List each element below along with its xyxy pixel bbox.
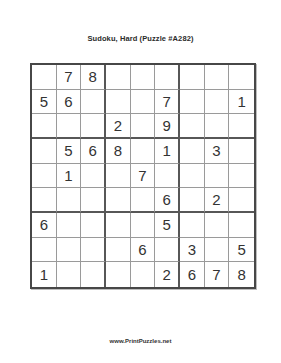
sudoku-cell-r2c8[interactable]: [205, 90, 230, 115]
sudoku-cell-r3c4[interactable]: 2: [106, 114, 131, 139]
sudoku-cell-r4c8[interactable]: 3: [205, 139, 230, 164]
sudoku-cell-r8c9[interactable]: 5: [229, 238, 254, 263]
sudoku-cell-r5c2[interactable]: 1: [57, 164, 82, 189]
sudoku-cell-r3c7[interactable]: [180, 114, 205, 139]
sudoku-cell-r2c4[interactable]: [106, 90, 131, 115]
sudoku-cell-r2c7[interactable]: [180, 90, 205, 115]
sudoku-cell-r7c2[interactable]: [57, 213, 82, 238]
sudoku-cell-r6c4[interactable]: [106, 188, 131, 213]
sudoku-cell-r3c3[interactable]: [81, 114, 106, 139]
sudoku-cell-r4c1[interactable]: [32, 139, 57, 164]
sudoku-cell-r7c4[interactable]: [106, 213, 131, 238]
sudoku-cell-r9c9[interactable]: 8: [229, 262, 254, 287]
sudoku-cell-r6c7[interactable]: [180, 188, 205, 213]
sudoku-cell-r1c4[interactable]: [106, 65, 131, 90]
sudoku-cell-r5c8[interactable]: [205, 164, 230, 189]
sudoku-cell-r5c3[interactable]: [81, 164, 106, 189]
sudoku-cell-r1c5[interactable]: [131, 65, 156, 90]
sudoku-cell-r8c1[interactable]: [32, 238, 57, 263]
sudoku-cell-r2c6[interactable]: 7: [155, 90, 180, 115]
sudoku-cell-r2c9[interactable]: 1: [229, 90, 254, 115]
sudoku-cell-r3c9[interactable]: [229, 114, 254, 139]
sudoku-cell-r3c5[interactable]: [131, 114, 156, 139]
sudoku-cell-r3c8[interactable]: [205, 114, 230, 139]
sudoku-cell-r9c7[interactable]: 6: [180, 262, 205, 287]
sudoku-cell-r9c2[interactable]: [57, 262, 82, 287]
sudoku-cell-r8c7[interactable]: 3: [180, 238, 205, 263]
sudoku-cell-r6c6[interactable]: 6: [155, 188, 180, 213]
sudoku-cell-r8c2[interactable]: [57, 238, 82, 263]
sudoku-cell-r1c9[interactable]: [229, 65, 254, 90]
sudoku-cell-r1c2[interactable]: 7: [57, 65, 82, 90]
sudoku-cell-r9c3[interactable]: [81, 262, 106, 287]
sudoku-cell-r5c7[interactable]: [180, 164, 205, 189]
sudoku-cell-r7c1[interactable]: 6: [32, 213, 57, 238]
sudoku-cell-r7c3[interactable]: [81, 213, 106, 238]
sudoku-cell-r6c2[interactable]: [57, 188, 82, 213]
sudoku-cell-r3c2[interactable]: [57, 114, 82, 139]
sudoku-cell-r5c5[interactable]: 7: [131, 164, 156, 189]
sudoku-cell-r7c9[interactable]: [229, 213, 254, 238]
sudoku-cell-r9c8[interactable]: 7: [205, 262, 230, 287]
sudoku-cell-r6c5[interactable]: [131, 188, 156, 213]
sudoku-cell-r1c3[interactable]: 8: [81, 65, 106, 90]
sudoku-cell-r1c7[interactable]: [180, 65, 205, 90]
sudoku-cell-r9c5[interactable]: [131, 262, 156, 287]
sudoku-cell-r8c8[interactable]: [205, 238, 230, 263]
page-title: Sudoku, Hard (Puzzle #A282): [0, 34, 281, 43]
sudoku-cell-r5c1[interactable]: [32, 164, 57, 189]
sudoku-cell-r4c5[interactable]: [131, 139, 156, 164]
sudoku-cell-r6c3[interactable]: [81, 188, 106, 213]
sudoku-cell-r5c4[interactable]: [106, 164, 131, 189]
sudoku-cell-r6c8[interactable]: 2: [205, 188, 230, 213]
sudoku-cell-r2c2[interactable]: 6: [57, 90, 82, 115]
sudoku-cell-r9c6[interactable]: 2: [155, 262, 180, 287]
sudoku-cell-r2c3[interactable]: [81, 90, 106, 115]
sudoku-cell-r4c4[interactable]: 8: [106, 139, 131, 164]
sudoku-cell-r5c6[interactable]: [155, 164, 180, 189]
sudoku-cell-r7c5[interactable]: [131, 213, 156, 238]
sudoku-cell-r1c6[interactable]: [155, 65, 180, 90]
sudoku-cell-r4c9[interactable]: [229, 139, 254, 164]
sudoku-cell-r8c5[interactable]: 6: [131, 238, 156, 263]
sudoku-cell-r4c2[interactable]: 5: [57, 139, 82, 164]
sudoku-cell-r7c7[interactable]: [180, 213, 205, 238]
sudoku-cell-r8c6[interactable]: [155, 238, 180, 263]
sudoku-cell-r9c1[interactable]: 1: [32, 262, 57, 287]
sudoku-cell-r9c4[interactable]: [106, 262, 131, 287]
sudoku-cell-r6c1[interactable]: [32, 188, 57, 213]
footer-site-url: www.PrintPuzzles.net: [0, 338, 281, 344]
sudoku-cell-r8c4[interactable]: [106, 238, 131, 263]
sudoku-cell-r4c3[interactable]: 6: [81, 139, 106, 164]
sudoku-cell-r7c8[interactable]: [205, 213, 230, 238]
sudoku-cell-r1c8[interactable]: [205, 65, 230, 90]
sudoku-cell-r7c6[interactable]: 5: [155, 213, 180, 238]
sudoku-cell-r5c9[interactable]: [229, 164, 254, 189]
sudoku-cell-r8c3[interactable]: [81, 238, 106, 263]
sudoku-cell-r4c6[interactable]: 1: [155, 139, 180, 164]
sudoku-cell-r4c7[interactable]: [180, 139, 205, 164]
sudoku-cell-r2c5[interactable]: [131, 90, 156, 115]
sudoku-cell-r2c1[interactable]: 5: [32, 90, 57, 115]
sudoku-board: 785671295681317626563512678: [30, 63, 256, 289]
sudoku-cell-r3c1[interactable]: [32, 114, 57, 139]
sudoku-cell-r1c1[interactable]: [32, 65, 57, 90]
sudoku-cell-r6c9[interactable]: [229, 188, 254, 213]
sudoku-cell-r3c6[interactable]: 9: [155, 114, 180, 139]
